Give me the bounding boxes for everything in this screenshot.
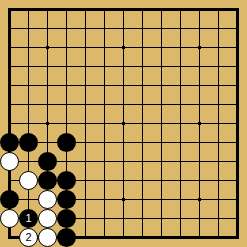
board-point[interactable] (19, 95, 38, 114)
board-point[interactable] (0, 76, 19, 95)
white-stone-move-2: 2 (19, 228, 38, 247)
board-point[interactable] (0, 57, 19, 76)
board-point[interactable] (152, 228, 171, 247)
black-stone (57, 133, 76, 152)
board-point[interactable] (0, 190, 19, 209)
board-point[interactable] (190, 209, 209, 228)
board-point[interactable] (228, 0, 247, 19)
board-point[interactable] (209, 133, 228, 152)
board-point[interactable] (114, 19, 133, 38)
black-stone (0, 133, 19, 152)
board-point[interactable] (228, 76, 247, 95)
black-stone (57, 209, 76, 228)
board-point[interactable] (76, 38, 95, 57)
board-point[interactable] (95, 152, 114, 171)
board-point[interactable] (114, 133, 133, 152)
white-stone (38, 209, 57, 228)
black-stone (38, 152, 57, 171)
board-point[interactable] (76, 209, 95, 228)
go-board[interactable]: 12 (0, 0, 247, 247)
board-point[interactable] (57, 0, 76, 19)
black-stone-move-1: 1 (19, 209, 38, 228)
board-point[interactable] (114, 228, 133, 247)
board-point[interactable] (152, 114, 171, 133)
white-stone (38, 228, 57, 247)
board-point[interactable] (19, 19, 38, 38)
board-point[interactable] (152, 152, 171, 171)
board-point[interactable] (190, 152, 209, 171)
board-point[interactable] (209, 228, 228, 247)
board-point[interactable] (152, 209, 171, 228)
board-point[interactable] (152, 171, 171, 190)
board-point[interactable] (114, 38, 133, 57)
board-point[interactable] (95, 209, 114, 228)
board-point[interactable] (171, 95, 190, 114)
board-point[interactable] (0, 19, 19, 38)
board-point[interactable] (19, 114, 38, 133)
black-stone (19, 133, 38, 152)
board-point[interactable] (190, 190, 209, 209)
board-point[interactable] (209, 38, 228, 57)
board-point[interactable] (95, 228, 114, 247)
board-point[interactable] (38, 190, 57, 209)
board-point[interactable] (19, 152, 38, 171)
board-point[interactable] (95, 190, 114, 209)
board-point[interactable] (114, 152, 133, 171)
board-point[interactable] (76, 95, 95, 114)
black-stone (38, 171, 57, 190)
board-point[interactable] (133, 171, 152, 190)
board-point[interactable] (114, 57, 133, 76)
board-point[interactable] (95, 38, 114, 57)
board-point[interactable] (0, 0, 19, 19)
board-point[interactable] (133, 114, 152, 133)
board-point[interactable] (0, 95, 19, 114)
board-point[interactable] (38, 38, 57, 57)
board-point[interactable] (19, 76, 38, 95)
board-point[interactable] (209, 190, 228, 209)
go-diagram: 12 (0, 0, 247, 247)
board-point[interactable] (228, 152, 247, 171)
board-point[interactable] (152, 57, 171, 76)
white-stone (19, 171, 38, 190)
board-point[interactable] (171, 133, 190, 152)
board-point[interactable] (95, 114, 114, 133)
board-point[interactable] (19, 133, 38, 152)
board-point[interactable] (133, 209, 152, 228)
board-point[interactable] (133, 19, 152, 38)
board-point[interactable] (76, 171, 95, 190)
board-point[interactable] (133, 95, 152, 114)
board-point[interactable] (209, 114, 228, 133)
board-point[interactable] (114, 114, 133, 133)
board-point[interactable] (171, 38, 190, 57)
board-point[interactable] (38, 228, 57, 247)
board-point[interactable] (57, 228, 76, 247)
board-point[interactable] (171, 209, 190, 228)
board-point[interactable] (19, 38, 38, 57)
board-point[interactable] (76, 76, 95, 95)
board-point[interactable] (190, 76, 209, 95)
board-point[interactable] (114, 0, 133, 19)
board-point[interactable] (190, 228, 209, 247)
board-point[interactable] (171, 190, 190, 209)
board-point[interactable] (57, 95, 76, 114)
board-point[interactable] (190, 133, 209, 152)
board-point[interactable] (57, 38, 76, 57)
board-point[interactable] (190, 57, 209, 76)
board-point[interactable] (38, 95, 57, 114)
board-point[interactable] (95, 0, 114, 19)
board-point[interactable] (76, 152, 95, 171)
board-point[interactable] (38, 171, 57, 190)
board-point[interactable] (228, 209, 247, 228)
board-point[interactable] (57, 19, 76, 38)
board-point[interactable] (57, 209, 76, 228)
board-point[interactable] (228, 228, 247, 247)
board-point[interactable] (19, 190, 38, 209)
board-point[interactable] (0, 209, 19, 228)
board-point[interactable] (76, 57, 95, 76)
board-point[interactable] (228, 190, 247, 209)
board-point[interactable] (19, 0, 38, 19)
board-point[interactable] (38, 114, 57, 133)
board-point[interactable] (209, 171, 228, 190)
board-point[interactable] (190, 0, 209, 19)
board-point[interactable] (0, 171, 19, 190)
black-stone (57, 190, 76, 209)
board-point[interactable] (57, 171, 76, 190)
board-point[interactable] (114, 209, 133, 228)
board-point[interactable] (190, 38, 209, 57)
board-point[interactable] (152, 38, 171, 57)
board-point[interactable]: 1 (19, 209, 38, 228)
black-stone (57, 171, 76, 190)
board-point[interactable] (171, 152, 190, 171)
board-point[interactable] (133, 190, 152, 209)
board-point[interactable] (228, 171, 247, 190)
board-point[interactable] (76, 114, 95, 133)
board-point[interactable] (57, 133, 76, 152)
board-point[interactable] (76, 190, 95, 209)
board-point[interactable] (171, 19, 190, 38)
board-point[interactable] (95, 19, 114, 38)
board-point[interactable] (228, 38, 247, 57)
board-point[interactable] (171, 228, 190, 247)
board-point[interactable] (190, 114, 209, 133)
board-point[interactable] (38, 209, 57, 228)
board-point[interactable] (57, 152, 76, 171)
board-point[interactable] (171, 76, 190, 95)
board-point[interactable] (95, 76, 114, 95)
board-point[interactable] (209, 76, 228, 95)
board-point[interactable] (57, 76, 76, 95)
board-point[interactable] (38, 19, 57, 38)
board-point[interactable] (152, 19, 171, 38)
board-point[interactable] (95, 95, 114, 114)
board-point[interactable] (0, 228, 19, 247)
board-point[interactable] (57, 57, 76, 76)
board-point[interactable] (38, 152, 57, 171)
board-point[interactable] (228, 57, 247, 76)
board-point[interactable] (76, 0, 95, 19)
board-point[interactable] (95, 57, 114, 76)
board-point[interactable] (76, 19, 95, 38)
board-point[interactable] (209, 0, 228, 19)
board-point[interactable] (38, 133, 57, 152)
white-stone (0, 152, 19, 171)
board-point[interactable] (133, 76, 152, 95)
board-point[interactable] (190, 19, 209, 38)
board-point[interactable] (0, 133, 19, 152)
board-point[interactable] (209, 19, 228, 38)
board-point[interactable] (209, 57, 228, 76)
board-point[interactable] (76, 228, 95, 247)
black-stone (0, 190, 19, 209)
board-point[interactable] (209, 152, 228, 171)
board-point[interactable] (38, 76, 57, 95)
board-point[interactable] (19, 171, 38, 190)
board-point[interactable] (133, 152, 152, 171)
board-point[interactable] (133, 228, 152, 247)
board-point[interactable] (152, 95, 171, 114)
board-point[interactable] (133, 38, 152, 57)
board-point[interactable] (114, 76, 133, 95)
board-point[interactable] (95, 133, 114, 152)
board-point[interactable] (228, 19, 247, 38)
board-point[interactable] (114, 171, 133, 190)
white-stone (0, 209, 19, 228)
black-stone (57, 228, 76, 247)
board-point[interactable] (209, 209, 228, 228)
board-point[interactable]: 2 (19, 228, 38, 247)
board-point[interactable] (171, 0, 190, 19)
board-point[interactable] (95, 171, 114, 190)
board-point[interactable] (209, 95, 228, 114)
board-point[interactable] (114, 190, 133, 209)
board-point[interactable] (152, 0, 171, 19)
board-point[interactable] (57, 190, 76, 209)
board-point[interactable] (228, 95, 247, 114)
board-point[interactable] (190, 95, 209, 114)
board-point[interactable] (0, 38, 19, 57)
board-point[interactable] (19, 57, 38, 76)
board-point[interactable] (190, 171, 209, 190)
board-point[interactable] (0, 114, 19, 133)
board-point[interactable] (0, 152, 19, 171)
board-point[interactable] (76, 133, 95, 152)
board-point[interactable] (152, 190, 171, 209)
board-point[interactable] (38, 0, 57, 19)
board-point[interactable] (171, 114, 190, 133)
board-point[interactable] (152, 133, 171, 152)
board-point[interactable] (57, 114, 76, 133)
board-point[interactable] (133, 57, 152, 76)
board-point[interactable] (152, 76, 171, 95)
board-point[interactable] (171, 171, 190, 190)
board-point[interactable] (228, 114, 247, 133)
board-point[interactable] (228, 133, 247, 152)
board-point[interactable] (171, 57, 190, 76)
board-point[interactable] (114, 95, 133, 114)
board-point[interactable] (133, 133, 152, 152)
board-point[interactable] (133, 0, 152, 19)
board-point[interactable] (38, 57, 57, 76)
white-stone (38, 190, 57, 209)
